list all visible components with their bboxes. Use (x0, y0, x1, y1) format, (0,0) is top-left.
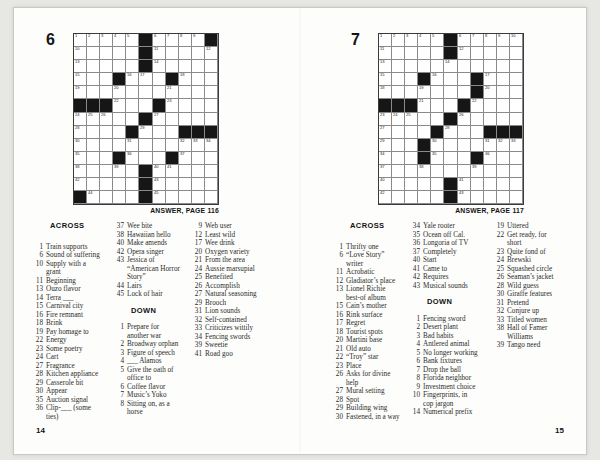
grid-cell (87, 86, 100, 99)
grid-cell-black (484, 126, 497, 139)
grid-cell (205, 86, 218, 99)
clue: 4___ Alamos (114, 357, 194, 366)
grid-cell (100, 126, 113, 139)
grid-cell-black (205, 34, 218, 47)
clue-text: Spot (346, 396, 415, 405)
grid-cell-black (471, 86, 484, 99)
cell-number: 1 (75, 34, 77, 38)
clue: 10Fingerprints, in cop jargon (410, 391, 490, 408)
clue: 19Uttered (494, 222, 580, 231)
clue: 27Natural seasoning (192, 290, 284, 299)
clue-text: Casserole bit (46, 379, 111, 388)
clue: 26Asks for divine help (333, 370, 415, 387)
clue-text: Fencing swords (205, 333, 284, 342)
cell-number: 6 (459, 34, 461, 38)
grid-cell (471, 47, 484, 60)
grid-cell: 34 (205, 139, 218, 152)
cell-number: 24 (75, 113, 80, 117)
grid-cell-black (444, 47, 457, 60)
cell-number: 31 (127, 139, 132, 143)
clue-number: 40 (114, 239, 127, 248)
grid-cell: 21 (166, 86, 179, 99)
clue-text: From the area (205, 256, 284, 265)
grid-cell (192, 73, 205, 86)
clue-text: Aussie marsupial (205, 265, 284, 274)
grid-cell (126, 191, 139, 204)
clue-number: 45 (114, 290, 127, 299)
grid-cell: 36 (126, 152, 139, 165)
grid-cell-black (431, 126, 444, 139)
grid-cell-black (87, 99, 100, 112)
grid-cell (153, 73, 166, 86)
grid-cell (192, 165, 205, 178)
cell-number: 35 (432, 152, 437, 156)
cell-number: 39 (472, 165, 477, 169)
grid-cell (192, 60, 205, 73)
grid-cell: 31 (484, 139, 497, 152)
grid-cell (392, 152, 405, 165)
cell-number: 13 (380, 60, 385, 64)
clue-text: Mural setting (346, 387, 415, 396)
grid-cell-black (458, 99, 471, 112)
clue-number: 26 (333, 370, 346, 387)
clue-number: 19 (494, 222, 507, 231)
grid-cell (100, 152, 113, 165)
clue-number: 12 (333, 277, 346, 286)
grid-cell (497, 191, 510, 204)
grid-cell: 25 (87, 113, 100, 126)
grid-cell: 37 (179, 152, 192, 165)
clue: 10Supply with a grant (33, 260, 111, 277)
cell-number: 33 (193, 139, 198, 143)
grid-cell (497, 73, 510, 86)
cell-number: 37 (380, 165, 385, 169)
grid-cell: 24 (392, 113, 405, 126)
clue-number: 10 (410, 391, 423, 408)
clue: 6“Love Story” writer (333, 251, 415, 268)
across-header: ACROSS (50, 222, 111, 231)
grid-cell: 13 (74, 60, 87, 73)
grid-cell (510, 165, 523, 178)
grid-cell: 11 (379, 47, 392, 60)
grid-cell: 5 (431, 34, 444, 47)
cell-number: 21 (167, 86, 172, 90)
clue-text: Hawaiian hello (127, 231, 194, 240)
clue-text: Terra ___ (46, 294, 111, 303)
clue: 44Lairs (114, 282, 194, 291)
grid-cell: 3 (405, 34, 418, 47)
grid-cell (100, 86, 113, 99)
clue-text: Make amends (127, 239, 194, 248)
cell-number: 16 (127, 73, 132, 77)
grid-cell (126, 60, 139, 73)
grid-cell (392, 126, 405, 139)
grid-cell (87, 73, 100, 86)
clue-text: Least wild (205, 231, 284, 240)
grid-cell (192, 152, 205, 165)
clue-number: 26 (494, 273, 507, 282)
grid-cell (431, 113, 444, 126)
grid-cell (444, 73, 457, 86)
cell-number: 39 (114, 165, 119, 169)
grid-cell: 38 (418, 165, 431, 178)
grid-cell (510, 86, 523, 99)
grid-cell (458, 86, 471, 99)
cell-number: 20 (114, 86, 119, 90)
grid-cell-black (139, 165, 152, 178)
cell-number: 41 (459, 178, 464, 182)
cell-number: 33 (511, 139, 516, 143)
clue-text: Criticizes wittily (205, 324, 284, 333)
clue-text: Fire remnant (46, 311, 111, 320)
grid-cell (205, 191, 218, 204)
clue-text: Uttered (507, 222, 580, 231)
clue-text: Prepare for another war (127, 323, 194, 340)
clue: 1Train supports (33, 243, 111, 252)
grid-cell: 16 (126, 73, 139, 86)
grid-cell (444, 86, 457, 99)
clue-text: Coffee flavor (127, 383, 194, 392)
clue-text: Rink surface (346, 311, 415, 320)
clue-text: Acrobatic (346, 268, 415, 277)
grid-cell: 40 (379, 178, 392, 191)
clue-text: Web user (205, 222, 284, 231)
clue: 14Numerical prefix (410, 408, 490, 417)
clue-text: Giraffe features (507, 290, 580, 299)
grid-cell (166, 47, 179, 60)
clue-number: 28 (333, 396, 346, 405)
cell-number: 32 (180, 139, 185, 143)
grid-cell (126, 113, 139, 126)
clue-number: 24 (33, 353, 46, 362)
clue-text: Beginning (46, 277, 111, 286)
clue: 7Drop the ball (410, 366, 490, 375)
clue-column: 19Uttered22Get ready, for short23Quite f… (494, 222, 580, 350)
clue: 39Tango need (494, 341, 580, 350)
grid-cell (471, 113, 484, 126)
clue-number: 22 (494, 231, 507, 248)
puzzle-number-7: 7 (351, 31, 360, 49)
grid-cell: 26 (100, 113, 113, 126)
clue-text: Wee drink (205, 239, 284, 248)
clue-column: 37Wee bite38Hawaiian hello40Make amends4… (114, 222, 194, 417)
across-header: ACROSS (350, 222, 415, 231)
clue: 30Fastened, in a way (333, 413, 415, 422)
clue: 24Brewski (494, 256, 580, 265)
grid-cell (139, 86, 152, 99)
cell-number: 3 (406, 34, 408, 38)
grid-cell (497, 47, 510, 60)
grid-cell: 45 (153, 191, 166, 204)
clue-number: 40 (410, 256, 423, 265)
grid-cell: 34 (379, 152, 392, 165)
grid-cell (458, 152, 471, 165)
grid-cell (392, 47, 405, 60)
clue-text: Clip-___ (some ties) (46, 404, 111, 421)
grid-cell: 36 (484, 152, 497, 165)
grid-cell (392, 139, 405, 152)
clue-number: 20 (192, 248, 205, 257)
clue-text: Fingerprints, in cop jargon (423, 391, 490, 408)
grid-cell: 37 (379, 165, 392, 178)
grid-cell: 13 (379, 60, 392, 73)
clue-text: Music’s Yoko (127, 391, 194, 400)
clue-number: 7 (114, 391, 127, 400)
clue-number: 14 (33, 294, 46, 303)
grid-cell (418, 178, 431, 191)
clue-number: 41 (192, 350, 205, 359)
cell-number: 13 (75, 60, 80, 64)
clue-number: 12 (192, 231, 205, 240)
clue-number: 15 (333, 302, 346, 311)
clue-number: 9 (410, 383, 423, 392)
clue: 35Auction signal (33, 396, 111, 405)
clue: 8Sitting on, as a horse (114, 400, 194, 417)
cell-number: 12 (459, 47, 464, 51)
clue: 20Oxygen variety (192, 248, 284, 257)
grid-cell (510, 60, 523, 73)
clue-text: Figure of speech (127, 349, 194, 358)
grid-cell-black (113, 73, 126, 86)
grid-cell (192, 47, 205, 60)
grid-cell (392, 86, 405, 99)
grid-cell (405, 165, 418, 178)
clue-number: 10 (33, 260, 46, 277)
clue: 35Ocean off Cal. (410, 231, 490, 240)
clue-text: Carnival city (46, 302, 111, 311)
cell-number: 26 (459, 113, 464, 117)
clue-number: 1 (333, 243, 346, 252)
grid-cell (139, 152, 152, 165)
grid-cell: 32 (179, 139, 192, 152)
grid-cell-black (74, 191, 87, 204)
grid-cell: 22 (471, 99, 484, 112)
clue-text: Squashed circle (507, 265, 580, 274)
clue-number: 6 (114, 383, 127, 392)
clue-number: 38 (494, 324, 507, 341)
clue-number: 37 (114, 222, 127, 231)
grid-cell (458, 126, 471, 139)
cell-number: 4 (419, 34, 421, 38)
clue-text: Regret (346, 319, 415, 328)
grid-cell-black (418, 73, 431, 86)
clue-text: Quite fond of (507, 248, 580, 257)
grid-cell (179, 165, 192, 178)
clue-number: 36 (33, 404, 46, 421)
clue-number: 32 (494, 307, 507, 316)
grid-cell (87, 126, 100, 139)
clue-text: Benefited (205, 273, 284, 282)
grid-cell: 30 (431, 139, 444, 152)
cell-number: 30 (432, 139, 437, 143)
grid-cell (405, 139, 418, 152)
clue: 42Requires (410, 273, 490, 282)
cell-number: 17 (140, 73, 145, 77)
cell-number: 21 (419, 99, 424, 103)
grid-cell: 15 (74, 73, 87, 86)
grid-cell-black (444, 191, 457, 204)
clue-text: Ouzo flavor (46, 285, 111, 294)
grid-cell-black (444, 113, 457, 126)
clue-text: Fastened, in a way (346, 413, 415, 422)
grid-cell (458, 60, 471, 73)
clue-text: Asks for divine help (346, 370, 415, 387)
cell-number: 26 (101, 113, 106, 117)
grid-cell (444, 99, 457, 112)
clue-text: Brewski (507, 256, 580, 265)
clue-number: 17 (192, 239, 205, 248)
cell-number: 28 (445, 126, 450, 130)
clue-number: 5 (410, 349, 423, 358)
cell-number: 42 (75, 178, 80, 182)
grid-cell: 24 (74, 113, 87, 126)
grid-cell: 43 (458, 191, 471, 204)
cell-number: 2 (393, 34, 395, 38)
clue: 42Opera singer (114, 248, 194, 257)
grid-cell: 18 (379, 86, 392, 99)
cell-number: 24 (393, 113, 398, 117)
grid-cell (113, 178, 126, 191)
grid-cell: 9 (497, 34, 510, 47)
clue: 26Seaman’s jacket (494, 273, 580, 282)
clue-number: 8 (410, 374, 423, 383)
grid-cell (431, 47, 444, 60)
clue: 33Criticizes wittily (192, 324, 284, 333)
grid-cell (392, 60, 405, 73)
grid-cell-black (510, 126, 523, 139)
grid-cell (153, 86, 166, 99)
clue-number: 23 (333, 362, 346, 371)
clue: 38Hall of Famer Williams (494, 324, 580, 341)
clue-text: Tango need (507, 341, 580, 350)
grid-cell (484, 47, 497, 60)
grid-cell (418, 126, 431, 139)
clue-text: Bad habits (423, 332, 490, 341)
clue-text: Bank fixtures (423, 357, 490, 366)
grid-cell (444, 139, 457, 152)
grid-cell (179, 178, 192, 191)
grid-cell: 12 (458, 47, 471, 60)
clue-text: Cart (46, 353, 111, 362)
grid-cell-black (471, 152, 484, 165)
cell-number: 32 (498, 139, 503, 143)
grid-cell: 28 (74, 126, 87, 139)
clue: 41Came to (410, 265, 490, 274)
grid-cell (205, 60, 218, 73)
grid-cell (497, 152, 510, 165)
down-header: DOWN (131, 307, 194, 316)
clue-text: Fencing sword (423, 315, 490, 324)
clue-number: 32 (192, 316, 205, 325)
clue: 40Make amends (114, 239, 194, 248)
grid-cell (484, 113, 497, 126)
cell-number: 5 (127, 34, 129, 38)
clue: 12Gladiator’s place (333, 277, 415, 286)
clue: 32Self-contained (192, 316, 284, 325)
grid-cell (126, 165, 139, 178)
clue-number: 37 (410, 248, 423, 257)
crossword-grid-7: 1234567891011121314151617181920212223242… (378, 33, 524, 205)
clue: 1Prepare for another war (114, 323, 194, 340)
clue-text: Cain’s mother (346, 302, 415, 311)
cell-number: 14 (445, 60, 450, 64)
clue-number: 35 (33, 396, 46, 405)
grid-cell (484, 165, 497, 178)
grid-cell (192, 178, 205, 191)
grid-cell-black (444, 34, 457, 47)
cell-number: 31 (485, 139, 490, 143)
page-number-right: 15 (548, 426, 564, 435)
grid-cell (205, 99, 218, 112)
clue: 17Wee drink (192, 239, 284, 248)
cell-number: 8 (485, 34, 487, 38)
grid-cell: 1 (74, 34, 87, 47)
grid-cell (458, 73, 471, 86)
cell-number: 7 (472, 34, 474, 38)
grid-cell (405, 73, 418, 86)
grid-cell (497, 113, 510, 126)
cell-number: 12 (206, 47, 211, 51)
grid-cell (458, 139, 471, 152)
grid-cell (431, 178, 444, 191)
grid-cell: 29 (139, 126, 152, 139)
clue-number: 30 (494, 290, 507, 299)
clue: 36Longoria of TV (410, 239, 490, 248)
grid-cell (471, 178, 484, 191)
grid-cell (166, 178, 179, 191)
cell-number: 34 (206, 139, 211, 143)
clue: 14Terra ___ (33, 294, 111, 303)
clue-number: 18 (333, 328, 346, 337)
clue-text: Oxygen variety (205, 248, 284, 257)
clue-number: 16 (33, 311, 46, 320)
clue-text: Some poetry (46, 345, 111, 354)
grid-cell (113, 113, 126, 126)
grid-cell (192, 191, 205, 204)
clue-number: 30 (333, 413, 346, 422)
clue-number: 42 (114, 248, 127, 257)
grid-cell: 41 (458, 178, 471, 191)
grid-cell (179, 47, 192, 60)
cell-number: 10 (75, 47, 80, 51)
grid-cell: 35 (431, 152, 444, 165)
clue-text: Sitting on, as a horse (127, 400, 194, 417)
clue-number: 14 (410, 408, 423, 417)
clue-number: 34 (192, 333, 205, 342)
grid-cell: 4 (418, 34, 431, 47)
grid-cell: 29 (379, 139, 392, 152)
grid-cell: 4 (113, 34, 126, 47)
grid-cell (192, 86, 205, 99)
clue: 45Lock of hair (114, 290, 194, 299)
clue: 43Jessica of “American Horror Story” (114, 256, 194, 282)
clue-text: Building wing (346, 404, 415, 413)
clue-number: 1 (33, 243, 46, 252)
clue: 23Some poetry (33, 345, 111, 354)
clue-number: 29 (33, 379, 46, 388)
clue-number: 11 (33, 277, 46, 286)
cell-number: 7 (167, 34, 169, 38)
grid-cell: 19 (418, 86, 431, 99)
cell-number: 40 (154, 165, 159, 169)
clue-number: 22 (333, 353, 346, 362)
clue-text: Lionel Richie best-of album (346, 285, 415, 302)
clue: 15Carnival city (33, 302, 111, 311)
clue: 30Appear (33, 387, 111, 396)
grid-cell-black (405, 99, 418, 112)
clue-number: 23 (494, 248, 507, 257)
cell-number: 15 (380, 73, 385, 77)
